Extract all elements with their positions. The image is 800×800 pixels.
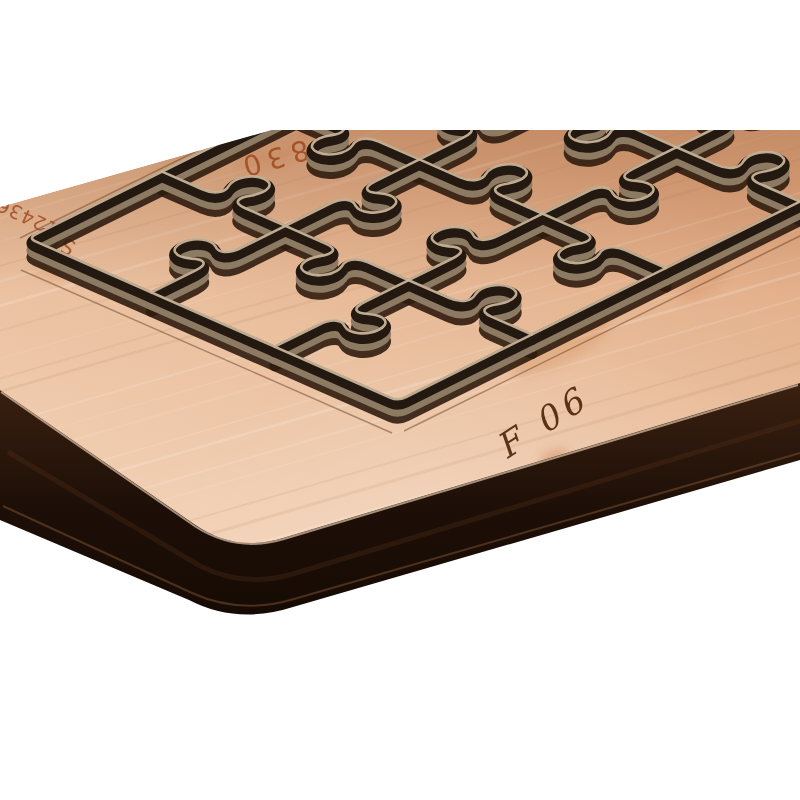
photo-canvas: 0830 SIG 12436 F 06: [0, 0, 800, 800]
product-photo: 0830 SIG 12436 F 06: [0, 0, 800, 800]
